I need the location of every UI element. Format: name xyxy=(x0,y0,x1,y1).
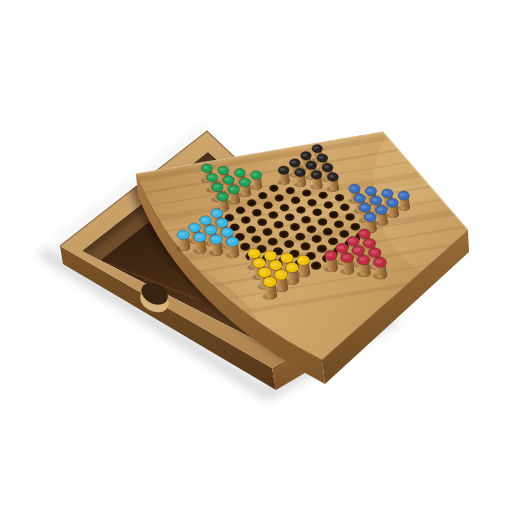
board-hole xyxy=(301,216,311,224)
board-hole xyxy=(236,207,245,214)
board-hole xyxy=(313,209,323,217)
board-hole xyxy=(339,230,349,238)
board-hole xyxy=(279,230,289,238)
board-hole xyxy=(312,235,322,243)
board-hole xyxy=(268,238,278,246)
board-hole xyxy=(318,218,328,226)
board-hole xyxy=(296,206,305,213)
scene xyxy=(0,0,520,520)
board-hole xyxy=(301,242,311,250)
board-hole xyxy=(263,202,272,209)
board-hole xyxy=(291,197,300,204)
board-hole xyxy=(334,221,344,229)
board-hole xyxy=(247,199,256,206)
board-hole xyxy=(324,201,333,208)
board-hole xyxy=(307,225,317,233)
board-hole xyxy=(280,204,289,211)
board-hole xyxy=(258,192,267,199)
board-hole xyxy=(328,237,338,245)
board-hole xyxy=(307,199,316,206)
board-hole xyxy=(311,262,321,270)
board-hole xyxy=(263,228,273,236)
board-hole xyxy=(290,223,300,231)
board-hole xyxy=(275,194,284,201)
board-hole xyxy=(340,204,349,211)
board-hole xyxy=(269,211,279,219)
board-hole xyxy=(345,213,355,221)
board-hole xyxy=(319,192,328,199)
board-hole xyxy=(252,209,262,217)
board-hole xyxy=(302,189,311,196)
board-hole xyxy=(251,235,261,243)
board-hole xyxy=(286,187,295,194)
board-hole xyxy=(350,223,360,231)
board-hole xyxy=(246,226,256,234)
board-hole xyxy=(269,185,278,192)
board-hole xyxy=(335,194,344,201)
board-hole xyxy=(329,211,339,219)
board-hole xyxy=(240,243,250,251)
board-hole xyxy=(274,221,284,229)
board-hole xyxy=(295,233,305,241)
board-hole xyxy=(285,214,295,222)
board-hole xyxy=(257,219,267,227)
board-hole xyxy=(323,228,333,236)
board-hole xyxy=(241,216,251,224)
board-hole xyxy=(284,240,294,248)
board-hole xyxy=(317,245,327,253)
